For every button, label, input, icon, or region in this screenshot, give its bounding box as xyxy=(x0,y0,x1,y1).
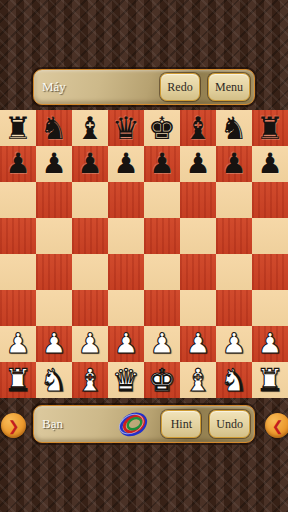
square-h5[interactable] xyxy=(252,218,288,254)
square-f5[interactable] xyxy=(180,218,216,254)
square-c5[interactable] xyxy=(72,218,108,254)
piece-black-pawn[interactable]: ♟ xyxy=(185,146,210,182)
piece-black-rook[interactable]: ♜ xyxy=(4,110,32,146)
piece-black-king[interactable]: ♚ xyxy=(148,110,176,146)
square-a7[interactable]: ♟ xyxy=(0,146,36,182)
piece-black-pawn[interactable]: ♟ xyxy=(149,146,174,182)
square-e2[interactable]: ♟ xyxy=(144,326,180,362)
app-screen: Máy Redo Menu ♜♞♝♛♚♝♞♜♟♟♟♟♟♟♟♟♟♟♟♟♟♟♟♟♜♞… xyxy=(0,0,288,512)
square-c8[interactable]: ♝ xyxy=(72,110,108,146)
piece-white-pawn[interactable]: ♟ xyxy=(149,326,174,362)
square-a5[interactable] xyxy=(0,218,36,254)
square-h2[interactable]: ♟ xyxy=(252,326,288,362)
square-g5[interactable] xyxy=(216,218,252,254)
square-a3[interactable] xyxy=(0,290,36,326)
square-h8[interactable]: ♜ xyxy=(252,110,288,146)
square-f8[interactable]: ♝ xyxy=(180,110,216,146)
chevron-right-icon: ❯ xyxy=(8,418,20,434)
square-b1[interactable]: ♞ xyxy=(36,362,72,398)
square-f6[interactable] xyxy=(180,182,216,218)
square-b2[interactable]: ♟ xyxy=(36,326,72,362)
top-player-bar: Máy Redo Menu xyxy=(33,69,255,105)
square-b7[interactable]: ♟ xyxy=(36,146,72,182)
piece-black-pawn[interactable]: ♟ xyxy=(5,146,30,182)
square-g1[interactable]: ♞ xyxy=(216,362,252,398)
nav-back-arrow[interactable]: ❮ xyxy=(265,413,288,438)
square-d3[interactable] xyxy=(108,290,144,326)
square-c3[interactable] xyxy=(72,290,108,326)
hint-button[interactable]: Hint xyxy=(161,410,201,438)
piece-black-pawn[interactable]: ♟ xyxy=(113,146,138,182)
piece-white-bishop[interactable]: ♝ xyxy=(76,362,104,398)
square-a6[interactable] xyxy=(0,182,36,218)
square-e6[interactable] xyxy=(144,182,180,218)
piece-black-rook[interactable]: ♜ xyxy=(256,110,284,146)
square-a1[interactable]: ♜ xyxy=(0,362,36,398)
piece-white-knight[interactable]: ♞ xyxy=(40,362,68,398)
square-c7[interactable]: ♟ xyxy=(72,146,108,182)
square-e3[interactable] xyxy=(144,290,180,326)
piece-white-pawn[interactable]: ♟ xyxy=(77,326,102,362)
square-c6[interactable] xyxy=(72,182,108,218)
square-e5[interactable] xyxy=(144,218,180,254)
square-d4[interactable] xyxy=(108,254,144,290)
piece-black-queen[interactable]: ♛ xyxy=(112,110,140,146)
square-b8[interactable]: ♞ xyxy=(36,110,72,146)
piece-white-rook[interactable]: ♜ xyxy=(256,362,284,398)
square-g6[interactable] xyxy=(216,182,252,218)
square-b3[interactable] xyxy=(36,290,72,326)
piece-white-bishop[interactable]: ♝ xyxy=(184,362,212,398)
piece-white-pawn[interactable]: ♟ xyxy=(41,326,66,362)
square-c1[interactable]: ♝ xyxy=(72,362,108,398)
square-h4[interactable] xyxy=(252,254,288,290)
piece-white-rook[interactable]: ♜ xyxy=(4,362,32,398)
square-b5[interactable] xyxy=(36,218,72,254)
square-c4[interactable] xyxy=(72,254,108,290)
square-d6[interactable] xyxy=(108,182,144,218)
square-a2[interactable]: ♟ xyxy=(0,326,36,362)
square-f2[interactable]: ♟ xyxy=(180,326,216,362)
piece-black-pawn[interactable]: ♟ xyxy=(257,146,282,182)
square-c2[interactable]: ♟ xyxy=(72,326,108,362)
square-g2[interactable]: ♟ xyxy=(216,326,252,362)
piece-black-pawn[interactable]: ♟ xyxy=(77,146,102,182)
square-a4[interactable] xyxy=(0,254,36,290)
square-g8[interactable]: ♞ xyxy=(216,110,252,146)
piece-black-pawn[interactable]: ♟ xyxy=(221,146,246,182)
square-b6[interactable] xyxy=(36,182,72,218)
square-d2[interactable]: ♟ xyxy=(108,326,144,362)
piece-black-knight[interactable]: ♞ xyxy=(220,110,248,146)
square-e7[interactable]: ♟ xyxy=(144,146,180,182)
square-d5[interactable] xyxy=(108,218,144,254)
chess-board[interactable]: ♜♞♝♛♚♝♞♜♟♟♟♟♟♟♟♟♟♟♟♟♟♟♟♟♜♞♝♛♚♝♞♜ xyxy=(0,110,288,398)
piece-black-pawn[interactable]: ♟ xyxy=(41,146,66,182)
square-g3[interactable] xyxy=(216,290,252,326)
opponent-name-label: Máy xyxy=(42,79,66,95)
square-e8[interactable]: ♚ xyxy=(144,110,180,146)
menu-button[interactable]: Menu xyxy=(208,73,250,101)
player-name-label: Bạn xyxy=(42,416,63,432)
square-h7[interactable]: ♟ xyxy=(252,146,288,182)
piece-black-bishop[interactable]: ♝ xyxy=(184,110,212,146)
piece-white-pawn[interactable]: ♟ xyxy=(113,326,138,362)
piece-black-bishop[interactable]: ♝ xyxy=(76,110,104,146)
square-d8[interactable]: ♛ xyxy=(108,110,144,146)
square-h3[interactable] xyxy=(252,290,288,326)
piece-white-pawn[interactable]: ♟ xyxy=(257,326,282,362)
square-b4[interactable] xyxy=(36,254,72,290)
piece-white-pawn[interactable]: ♟ xyxy=(5,326,30,362)
square-g7[interactable]: ♟ xyxy=(216,146,252,182)
square-h6[interactable] xyxy=(252,182,288,218)
piece-black-knight[interactable]: ♞ xyxy=(40,110,68,146)
piece-white-pawn[interactable]: ♟ xyxy=(185,326,210,362)
square-e1[interactable]: ♚ xyxy=(144,362,180,398)
square-g4[interactable] xyxy=(216,254,252,290)
nav-forward-arrow[interactable]: ❯ xyxy=(1,413,26,438)
square-f7[interactable]: ♟ xyxy=(180,146,216,182)
square-h1[interactable]: ♜ xyxy=(252,362,288,398)
square-f4[interactable] xyxy=(180,254,216,290)
square-d1[interactable]: ♛ xyxy=(108,362,144,398)
square-d7[interactable]: ♟ xyxy=(108,146,144,182)
piece-white-queen[interactable]: ♛ xyxy=(112,362,140,398)
square-a8[interactable]: ♜ xyxy=(0,110,36,146)
piece-white-king[interactable]: ♚ xyxy=(148,362,176,398)
engine-rings-icon xyxy=(117,407,151,441)
piece-white-knight[interactable]: ♞ xyxy=(220,362,248,398)
square-e4[interactable] xyxy=(144,254,180,290)
undo-button[interactable]: Undo xyxy=(209,410,250,438)
square-f3[interactable] xyxy=(180,290,216,326)
piece-white-pawn[interactable]: ♟ xyxy=(221,326,246,362)
chevron-left-icon: ❮ xyxy=(272,418,284,434)
redo-button[interactable]: Redo xyxy=(160,73,200,101)
square-f1[interactable]: ♝ xyxy=(180,362,216,398)
bottom-player-bar: Bạn Hint Undo xyxy=(33,405,255,443)
